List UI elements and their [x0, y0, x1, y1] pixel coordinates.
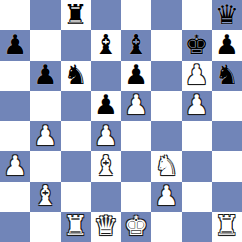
square-d6[interactable] — [91, 61, 121, 91]
square-a1[interactable] — [0, 212, 30, 242]
black-knight-icon: ♞ — [64, 61, 88, 88]
square-e5[interactable]: ♟ — [121, 91, 151, 121]
square-c2[interactable] — [61, 182, 91, 212]
black-bishop-icon: ♝ — [94, 31, 118, 58]
white-pawn-icon: ♟ — [185, 91, 209, 118]
white-knight-icon: ♞ — [154, 152, 178, 179]
black-pawn-icon: ♟ — [3, 31, 27, 58]
square-h2[interactable] — [212, 182, 242, 212]
square-g8[interactable] — [182, 0, 212, 30]
square-h5[interactable] — [212, 91, 242, 121]
square-h8[interactable]: ♛ — [212, 0, 242, 30]
square-b6[interactable]: ♟ — [30, 61, 60, 91]
square-b5[interactable] — [30, 91, 60, 121]
chess-board: ♜♛♟♝♝♚♟♟♞♟♟♞♟♟♟♟♟♟♝♞♝♟♜♛♚♜ — [0, 0, 242, 242]
square-d2[interactable] — [91, 182, 121, 212]
black-pawn-icon: ♟ — [215, 31, 239, 58]
square-h3[interactable] — [212, 151, 242, 181]
square-h7[interactable]: ♟ — [212, 30, 242, 60]
square-a6[interactable] — [0, 61, 30, 91]
square-g7[interactable]: ♚ — [182, 30, 212, 60]
square-c7[interactable] — [61, 30, 91, 60]
square-d4[interactable]: ♟ — [91, 121, 121, 151]
square-f4[interactable] — [151, 121, 181, 151]
black-queen-icon: ♛ — [215, 1, 239, 28]
square-g1[interactable] — [182, 212, 212, 242]
square-f2[interactable]: ♟ — [151, 182, 181, 212]
square-c8[interactable]: ♜ — [61, 0, 91, 30]
black-king-icon: ♚ — [185, 31, 209, 58]
white-king-icon: ♚ — [124, 212, 148, 239]
square-e3[interactable] — [121, 151, 151, 181]
square-b8[interactable] — [30, 0, 60, 30]
square-g6[interactable]: ♟ — [182, 61, 212, 91]
black-rook-icon: ♜ — [64, 1, 88, 28]
square-e8[interactable] — [121, 0, 151, 30]
square-h6[interactable]: ♞ — [212, 61, 242, 91]
square-f1[interactable] — [151, 212, 181, 242]
square-f5[interactable] — [151, 91, 181, 121]
black-pawn-icon: ♟ — [33, 61, 57, 88]
white-pawn-icon: ♟ — [154, 182, 178, 209]
square-d1[interactable]: ♛ — [91, 212, 121, 242]
square-d8[interactable] — [91, 0, 121, 30]
square-c3[interactable] — [61, 151, 91, 181]
square-a7[interactable]: ♟ — [0, 30, 30, 60]
square-f3[interactable]: ♞ — [151, 151, 181, 181]
square-g3[interactable] — [182, 151, 212, 181]
square-b3[interactable] — [30, 151, 60, 181]
square-e4[interactable] — [121, 121, 151, 151]
square-d7[interactable]: ♝ — [91, 30, 121, 60]
square-c1[interactable]: ♜ — [61, 212, 91, 242]
square-a2[interactable] — [0, 182, 30, 212]
square-c6[interactable]: ♞ — [61, 61, 91, 91]
black-pawn-icon: ♟ — [124, 61, 148, 88]
square-h4[interactable] — [212, 121, 242, 151]
white-rook-icon: ♜ — [64, 212, 88, 239]
square-a5[interactable] — [0, 91, 30, 121]
square-d3[interactable]: ♝ — [91, 151, 121, 181]
square-c5[interactable] — [61, 91, 91, 121]
square-e7[interactable]: ♝ — [121, 30, 151, 60]
square-f8[interactable] — [151, 0, 181, 30]
white-pawn-icon: ♟ — [3, 152, 27, 179]
square-g4[interactable] — [182, 121, 212, 151]
white-pawn-icon: ♟ — [124, 91, 148, 118]
square-g5[interactable]: ♟ — [182, 91, 212, 121]
square-b7[interactable] — [30, 30, 60, 60]
white-pawn-icon: ♟ — [94, 122, 118, 149]
square-f6[interactable] — [151, 61, 181, 91]
square-d5[interactable]: ♟ — [91, 91, 121, 121]
white-pawn-icon: ♟ — [185, 61, 209, 88]
square-b4[interactable]: ♟ — [30, 121, 60, 151]
white-bishop-icon: ♝ — [94, 152, 118, 179]
white-pawn-icon: ♟ — [33, 122, 57, 149]
square-a3[interactable]: ♟ — [0, 151, 30, 181]
square-b2[interactable]: ♝ — [30, 182, 60, 212]
square-b1[interactable] — [30, 212, 60, 242]
white-rook-icon: ♜ — [215, 212, 239, 239]
square-f7[interactable] — [151, 30, 181, 60]
black-knight-icon: ♞ — [215, 61, 239, 88]
square-g2[interactable] — [182, 182, 212, 212]
black-pawn-icon: ♟ — [94, 91, 118, 118]
square-a4[interactable] — [0, 121, 30, 151]
black-bishop-icon: ♝ — [124, 31, 148, 58]
square-h1[interactable]: ♜ — [212, 212, 242, 242]
square-a8[interactable] — [0, 0, 30, 30]
white-queen-icon: ♛ — [94, 212, 118, 239]
white-bishop-icon: ♝ — [33, 182, 57, 209]
square-e6[interactable]: ♟ — [121, 61, 151, 91]
square-e1[interactable]: ♚ — [121, 212, 151, 242]
square-e2[interactable] — [121, 182, 151, 212]
square-c4[interactable] — [61, 121, 91, 151]
